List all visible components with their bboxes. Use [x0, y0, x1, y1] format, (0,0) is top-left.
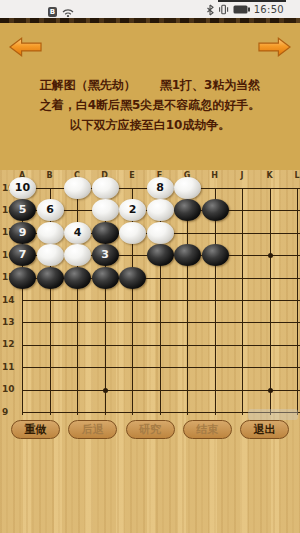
grid-line-row-12: [22, 345, 300, 346]
stone-C15[interactable]: [64, 267, 91, 289]
move-number: [64, 267, 91, 289]
row-label-14: 14: [2, 295, 16, 305]
clock: 16:50: [254, 4, 284, 15]
screen-edge-line: [218, 0, 286, 2]
move-number: [147, 199, 174, 221]
move-number: 8: [147, 177, 174, 199]
stone-A16[interactable]: 7: [9, 244, 36, 266]
move-number: [37, 267, 64, 289]
grid-line-row-14: [22, 300, 300, 301]
move-number: [174, 244, 201, 266]
wifi-icon: [62, 8, 74, 17]
move-number: [147, 244, 174, 266]
stone-A19[interactable]: 10: [9, 177, 36, 199]
move-number: [174, 199, 201, 221]
column-label-K: K: [263, 171, 277, 180]
exit-button[interactable]: 退出: [240, 420, 289, 439]
move-number: [202, 199, 229, 221]
star-point-K16: [268, 253, 273, 258]
prev-arrow-button[interactable]: [9, 36, 42, 58]
commentary-line-2: 之着，白4断后黑5尖是不容疏忽的好手。: [0, 95, 300, 115]
stone-D16[interactable]: 3: [92, 244, 119, 266]
move-number: [37, 244, 64, 266]
stone-F18[interactable]: [147, 199, 174, 221]
move-number: [9, 267, 36, 289]
wood-border-strip: [0, 18, 300, 23]
column-label-H: H: [208, 171, 222, 180]
stone-F16[interactable]: [147, 244, 174, 266]
move-number: 9: [9, 222, 36, 244]
column-label-L: L: [290, 171, 300, 180]
column-label-B: B: [43, 171, 57, 180]
commentary-panel: 正解图（黑先劫） 黑1打、3粘为当然 之着，白4断后黑5尖是不容疏忽的好手。 以…: [0, 23, 300, 170]
commentary-text: 正解图（黑先劫） 黑1打、3粘为当然 之着，白4断后黑5尖是不容疏忽的好手。 以…: [0, 75, 300, 135]
move-number: [119, 222, 146, 244]
stone-F17[interactable]: [147, 222, 174, 244]
stone-E18[interactable]: 2: [119, 199, 146, 221]
status-bar: B 16:50: [0, 0, 300, 18]
grid-line-col-H: [215, 188, 216, 415]
button-bar: 重做 后退 研究 结束 退出: [0, 420, 300, 439]
stone-A17[interactable]: 9: [9, 222, 36, 244]
move-number: [92, 267, 119, 289]
row-label-10: 10: [2, 384, 16, 394]
stone-F19[interactable]: 8: [147, 177, 174, 199]
go-board[interactable]: 191817161514131211109ABCDEFGHJKL10856294…: [0, 170, 300, 415]
grid-line-row-11: [22, 367, 300, 368]
stone-C16[interactable]: [64, 244, 91, 266]
stone-D15[interactable]: [92, 267, 119, 289]
move-number: [37, 222, 64, 244]
stone-C19[interactable]: [64, 177, 91, 199]
stone-D18[interactable]: [92, 199, 119, 221]
move-number: 2: [119, 199, 146, 221]
end-button[interactable]: 结束: [183, 420, 232, 439]
move-number: 7: [9, 244, 36, 266]
move-number: [64, 244, 91, 266]
move-number: [119, 267, 146, 289]
battery-icon: [233, 5, 250, 14]
row-label-9: 9: [2, 407, 16, 416]
row-label-12: 12: [2, 339, 16, 349]
stone-C17[interactable]: 4: [64, 222, 91, 244]
back-button[interactable]: 后退: [68, 420, 117, 439]
grid-line-col-J: [242, 188, 243, 415]
stone-B15[interactable]: [37, 267, 64, 289]
move-number: [202, 244, 229, 266]
move-number: [92, 222, 119, 244]
grid-line-col-G: [187, 188, 188, 415]
grid-line-col-L: [297, 188, 298, 415]
grid-line-row-10: [22, 390, 300, 391]
column-label-E: E: [125, 171, 139, 180]
app-screen: B 16:50: [0, 0, 300, 533]
grid-line-col-K: [270, 188, 271, 415]
status-left-icons: B: [48, 7, 74, 17]
study-button[interactable]: 研究: [126, 420, 175, 439]
vibrate-icon: [218, 4, 229, 15]
move-number: 10: [9, 177, 36, 199]
move-number: [174, 177, 201, 199]
move-number: 5: [9, 199, 36, 221]
move-number: 6: [37, 199, 64, 221]
redo-button[interactable]: 重做: [11, 420, 60, 439]
stone-G18[interactable]: [174, 199, 201, 221]
stone-A18[interactable]: 5: [9, 199, 36, 221]
star-point-D10: [103, 388, 108, 393]
column-label-J: J: [235, 171, 249, 180]
commentary-line-1: 正解图（黑先劫） 黑1打、3粘为当然: [0, 75, 300, 95]
stone-A15[interactable]: [9, 267, 36, 289]
stone-G19[interactable]: [174, 177, 201, 199]
faint-watermark: [248, 409, 298, 420]
move-number: [92, 199, 119, 221]
stone-E17[interactable]: [119, 222, 146, 244]
move-number: 3: [92, 244, 119, 266]
stone-B17[interactable]: [37, 222, 64, 244]
move-number: 4: [64, 222, 91, 244]
row-label-13: 13: [2, 317, 16, 327]
commentary-line-3: 以下双方应接至白10成劫争。: [0, 115, 300, 135]
stone-D17[interactable]: [92, 222, 119, 244]
stone-G16[interactable]: [174, 244, 201, 266]
next-arrow-button[interactable]: [258, 36, 291, 58]
star-point-K10: [268, 388, 273, 393]
move-number: [64, 177, 91, 199]
bluetooth-icon: [206, 4, 214, 16]
move-number: [147, 222, 174, 244]
stone-D19[interactable]: [92, 177, 119, 199]
grid-line-row-13: [22, 322, 300, 323]
stone-B18[interactable]: 6: [37, 199, 64, 221]
stone-H16[interactable]: [202, 244, 229, 266]
stone-E15[interactable]: [119, 267, 146, 289]
notification-b-icon: B: [48, 7, 57, 17]
stone-H18[interactable]: [202, 199, 229, 221]
stone-B16[interactable]: [37, 244, 64, 266]
move-number: [92, 177, 119, 199]
status-right-icons: 16:50: [206, 3, 284, 16]
row-label-11: 11: [2, 362, 16, 372]
